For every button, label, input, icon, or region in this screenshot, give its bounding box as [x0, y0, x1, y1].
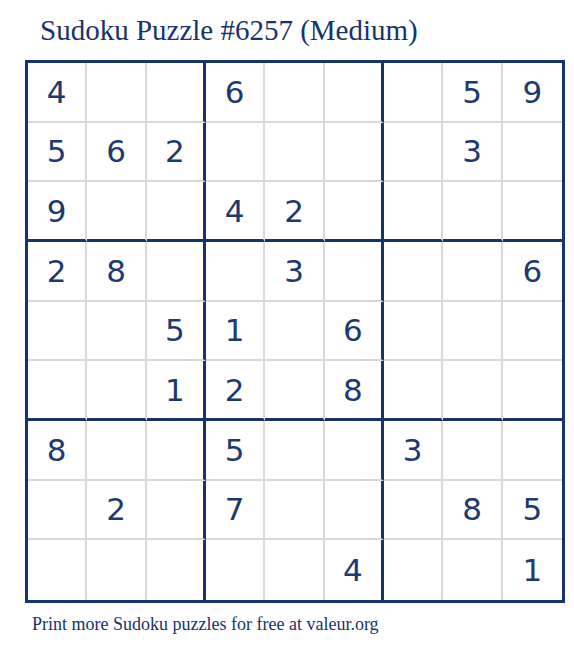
cell-r3c3[interactable]: [147, 182, 206, 242]
cell-r9c7[interactable]: [384, 540, 443, 600]
cell-r3c7[interactable]: [384, 182, 443, 242]
cell-r8c6[interactable]: [325, 481, 384, 541]
cell-r1c7[interactable]: [384, 63, 443, 123]
cell-r7c9[interactable]: [503, 421, 562, 481]
cell-r1c5[interactable]: [265, 63, 324, 123]
cell-r7c4[interactable]: 5: [206, 421, 265, 481]
page-title: Sudoku Puzzle #6257 (Medium): [40, 12, 418, 48]
cell-r5c9[interactable]: [503, 302, 562, 362]
cell-r5c4[interactable]: 1: [206, 302, 265, 362]
cell-r1c8[interactable]: 5: [443, 63, 502, 123]
cell-r5c7[interactable]: [384, 302, 443, 362]
cell-r1c4[interactable]: 6: [206, 63, 265, 123]
cell-r1c3[interactable]: [147, 63, 206, 123]
cell-r3c5[interactable]: 2: [265, 182, 324, 242]
cell-r3c9[interactable]: [503, 182, 562, 242]
cell-r4c8[interactable]: [443, 242, 502, 302]
cell-r7c3[interactable]: [147, 421, 206, 481]
cell-r5c1[interactable]: [28, 302, 87, 362]
cell-r2c1[interactable]: 5: [28, 123, 87, 183]
cell-r9c1[interactable]: [28, 540, 87, 600]
footer-text: Print more Sudoku puzzles for free at va…: [32, 612, 379, 636]
cell-r5c2[interactable]: [87, 302, 146, 362]
cell-r6c3[interactable]: 1: [147, 361, 206, 421]
cell-r4c9[interactable]: 6: [503, 242, 562, 302]
cell-r2c2[interactable]: 6: [87, 123, 146, 183]
cell-r8c7[interactable]: [384, 481, 443, 541]
cell-r4c2[interactable]: 8: [87, 242, 146, 302]
cell-r7c6[interactable]: [325, 421, 384, 481]
cell-r4c6[interactable]: [325, 242, 384, 302]
cell-r9c5[interactable]: [265, 540, 324, 600]
cell-r6c2[interactable]: [87, 361, 146, 421]
cell-r1c6[interactable]: [325, 63, 384, 123]
cell-r2c9[interactable]: [503, 123, 562, 183]
cell-r8c4[interactable]: 7: [206, 481, 265, 541]
cell-r3c8[interactable]: [443, 182, 502, 242]
cell-r6c9[interactable]: [503, 361, 562, 421]
cell-r7c2[interactable]: [87, 421, 146, 481]
cell-r2c4[interactable]: [206, 123, 265, 183]
cell-r4c1[interactable]: 2: [28, 242, 87, 302]
cell-r1c9[interactable]: 9: [503, 63, 562, 123]
cell-r9c8[interactable]: [443, 540, 502, 600]
cell-r7c5[interactable]: [265, 421, 324, 481]
cell-r2c3[interactable]: 2: [147, 123, 206, 183]
cell-r6c4[interactable]: 2: [206, 361, 265, 421]
cell-r4c5[interactable]: 3: [265, 242, 324, 302]
cell-r8c8[interactable]: 8: [443, 481, 502, 541]
sudoku-grid: 465956239422836516128853278541: [25, 60, 565, 603]
cell-r2c7[interactable]: [384, 123, 443, 183]
cell-r6c1[interactable]: [28, 361, 87, 421]
cell-r4c3[interactable]: [147, 242, 206, 302]
cell-r5c6[interactable]: 6: [325, 302, 384, 362]
cell-r8c2[interactable]: 2: [87, 481, 146, 541]
cell-r6c7[interactable]: [384, 361, 443, 421]
cell-r9c3[interactable]: [147, 540, 206, 600]
cell-r8c1[interactable]: [28, 481, 87, 541]
cell-r3c4[interactable]: 4: [206, 182, 265, 242]
cell-r3c2[interactable]: [87, 182, 146, 242]
cell-r7c1[interactable]: 8: [28, 421, 87, 481]
cell-r6c8[interactable]: [443, 361, 502, 421]
cell-r2c6[interactable]: [325, 123, 384, 183]
cell-r9c2[interactable]: [87, 540, 146, 600]
cell-r4c7[interactable]: [384, 242, 443, 302]
cell-r1c1[interactable]: 4: [28, 63, 87, 123]
cell-r3c1[interactable]: 9: [28, 182, 87, 242]
cell-r4c4[interactable]: [206, 242, 265, 302]
cell-r5c5[interactable]: [265, 302, 324, 362]
cell-r9c6[interactable]: 4: [325, 540, 384, 600]
cell-r2c8[interactable]: 3: [443, 123, 502, 183]
cell-r1c2[interactable]: [87, 63, 146, 123]
cell-r9c9[interactable]: 1: [503, 540, 562, 600]
cell-r5c8[interactable]: [443, 302, 502, 362]
cell-r7c8[interactable]: [443, 421, 502, 481]
cell-r5c3[interactable]: 5: [147, 302, 206, 362]
cell-r8c9[interactable]: 5: [503, 481, 562, 541]
cell-r3c6[interactable]: [325, 182, 384, 242]
cell-r8c3[interactable]: [147, 481, 206, 541]
cell-r6c6[interactable]: 8: [325, 361, 384, 421]
cell-r8c5[interactable]: [265, 481, 324, 541]
cell-r2c5[interactable]: [265, 123, 324, 183]
cell-r9c4[interactable]: [206, 540, 265, 600]
cell-r7c7[interactable]: 3: [384, 421, 443, 481]
cell-r6c5[interactable]: [265, 361, 324, 421]
